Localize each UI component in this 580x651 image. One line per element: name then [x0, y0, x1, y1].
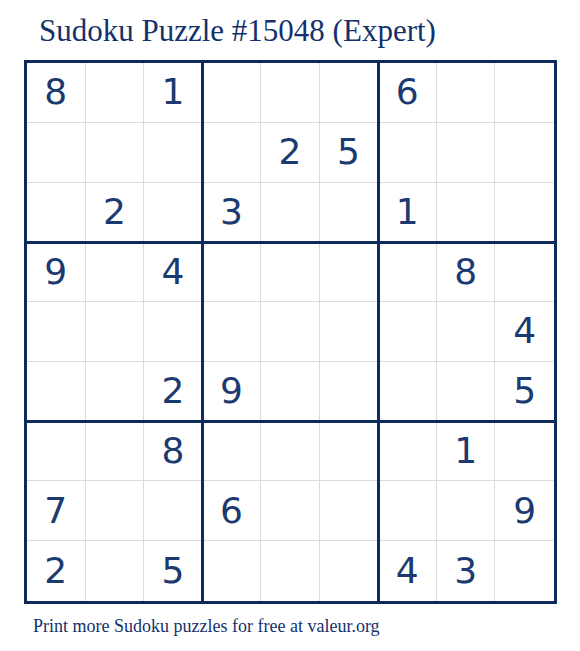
cell-r7c3: 8 [144, 422, 203, 482]
cell-r6c1 [27, 362, 86, 422]
cell-r4c7 [378, 242, 437, 302]
cell-r5c9: 4 [495, 302, 554, 362]
footer-text: Print more Sudoku puzzles for free at va… [33, 617, 380, 635]
cell-r9c3: 5 [144, 541, 203, 601]
sudoku-grid: 816252319484295817692543 [27, 63, 554, 601]
cell-r7c2 [86, 422, 145, 482]
cell-r4c6 [320, 242, 379, 302]
cell-r3c5 [261, 183, 320, 243]
cell-r2c8 [437, 123, 496, 183]
cell-r1c5 [261, 63, 320, 123]
cell-r4c5 [261, 242, 320, 302]
cell-r3c2: 2 [86, 183, 145, 243]
cell-r5c1 [27, 302, 86, 362]
cell-r8c4: 6 [203, 481, 262, 541]
box-divider-horizontal-bottom [27, 420, 554, 423]
cell-r9c4 [203, 541, 262, 601]
cell-r4c8: 8 [437, 242, 496, 302]
cell-r6c9: 5 [495, 362, 554, 422]
cell-r3c7: 1 [378, 183, 437, 243]
cell-r6c4: 9 [203, 362, 262, 422]
cell-r2c4 [203, 123, 262, 183]
cell-r2c1 [27, 123, 86, 183]
cell-r1c8 [437, 63, 496, 123]
cell-r7c5 [261, 422, 320, 482]
cell-r9c1: 2 [27, 541, 86, 601]
cell-r7c1 [27, 422, 86, 482]
cell-r8c3 [144, 481, 203, 541]
cell-r2c2 [86, 123, 145, 183]
cell-r9c8: 3 [437, 541, 496, 601]
cell-r8c8 [437, 481, 496, 541]
cell-r5c5 [261, 302, 320, 362]
cell-r6c6 [320, 362, 379, 422]
cell-r8c7 [378, 481, 437, 541]
cell-r9c2 [86, 541, 145, 601]
cell-r9c7: 4 [378, 541, 437, 601]
cell-r5c8 [437, 302, 496, 362]
cell-r1c2 [86, 63, 145, 123]
cell-r6c2 [86, 362, 145, 422]
box-divider-horizontal-top [27, 241, 554, 244]
box-divider-vertical-left [201, 63, 204, 601]
cell-r2c5: 2 [261, 123, 320, 183]
cell-r2c9 [495, 123, 554, 183]
cell-r3c6 [320, 183, 379, 243]
cell-r4c9 [495, 242, 554, 302]
cell-r5c3 [144, 302, 203, 362]
cell-r5c6 [320, 302, 379, 362]
cell-r9c9 [495, 541, 554, 601]
cell-r8c6 [320, 481, 379, 541]
cell-r6c8 [437, 362, 496, 422]
cell-r5c2 [86, 302, 145, 362]
sudoku-page: Sudoku Puzzle #15048 (Expert) 8162523194… [0, 0, 580, 651]
cell-r4c1: 9 [27, 242, 86, 302]
cell-r3c3 [144, 183, 203, 243]
cell-r1c1: 8 [27, 63, 86, 123]
cell-r3c9 [495, 183, 554, 243]
cell-r6c3: 2 [144, 362, 203, 422]
cell-r3c4: 3 [203, 183, 262, 243]
cell-r2c7 [378, 123, 437, 183]
cell-r4c3: 4 [144, 242, 203, 302]
cell-r2c6: 5 [320, 123, 379, 183]
cell-r2c3 [144, 123, 203, 183]
cell-r9c6 [320, 541, 379, 601]
cell-r7c9 [495, 422, 554, 482]
cell-r3c8 [437, 183, 496, 243]
cell-r8c2 [86, 481, 145, 541]
cell-r9c5 [261, 541, 320, 601]
cell-r7c8: 1 [437, 422, 496, 482]
sudoku-board: 816252319484295817692543 [24, 60, 557, 604]
page-title: Sudoku Puzzle #15048 (Expert) [39, 15, 436, 46]
cell-r7c6 [320, 422, 379, 482]
cell-r1c6 [320, 63, 379, 123]
cell-r8c1: 7 [27, 481, 86, 541]
cell-r1c7: 6 [378, 63, 437, 123]
cell-r5c4 [203, 302, 262, 362]
cell-r4c2 [86, 242, 145, 302]
cell-r6c7 [378, 362, 437, 422]
cell-r7c7 [378, 422, 437, 482]
cell-r4c4 [203, 242, 262, 302]
cell-r7c4 [203, 422, 262, 482]
box-divider-vertical-right [377, 63, 380, 601]
cell-r8c5 [261, 481, 320, 541]
cell-r1c3: 1 [144, 63, 203, 123]
cell-r8c9: 9 [495, 481, 554, 541]
cell-r1c9 [495, 63, 554, 123]
cell-r6c5 [261, 362, 320, 422]
cell-r3c1 [27, 183, 86, 243]
cell-r1c4 [203, 63, 262, 123]
cell-r5c7 [378, 302, 437, 362]
